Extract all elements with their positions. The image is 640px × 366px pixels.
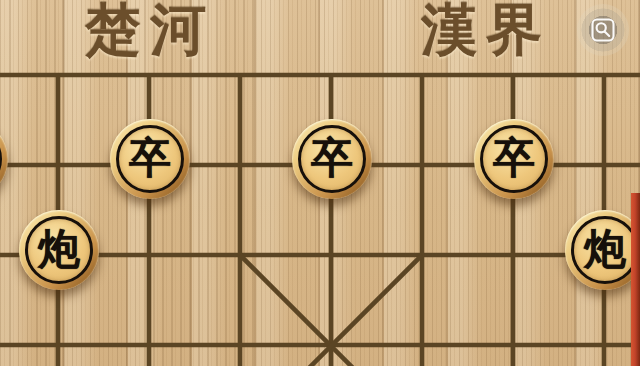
red-panel-edge xyxy=(631,193,640,366)
piece-soldier-col4[interactable]: 卒 xyxy=(292,119,372,199)
xiangqi-board: 楚河 漢界 卒卒卒卒炮炮 xyxy=(0,0,640,366)
piece-soldier-col6[interactable]: 卒 xyxy=(474,119,554,199)
piece-face: 炮 xyxy=(25,216,93,284)
piece-character: 卒 xyxy=(311,137,353,179)
piece-cannon-col7[interactable]: 炮 xyxy=(565,210,640,290)
piece-face: 炮 xyxy=(571,216,639,284)
piece-character: 卒 xyxy=(129,137,171,179)
piece-cannon-col1[interactable]: 炮 xyxy=(19,210,99,290)
piece-character: 炮 xyxy=(38,228,80,270)
piece-face: 卒 xyxy=(298,125,366,193)
grid-lines xyxy=(0,75,640,366)
piece-face: 卒 xyxy=(480,125,548,193)
piece-soldier-col2[interactable]: 卒 xyxy=(110,119,190,199)
piece-character: 炮 xyxy=(584,228,626,270)
magnifier-icon xyxy=(588,15,618,45)
piece-face: 卒 xyxy=(116,125,184,193)
magnifier-button[interactable] xyxy=(577,4,629,56)
magnifier-handle xyxy=(605,31,610,36)
piece-character: 卒 xyxy=(493,137,535,179)
